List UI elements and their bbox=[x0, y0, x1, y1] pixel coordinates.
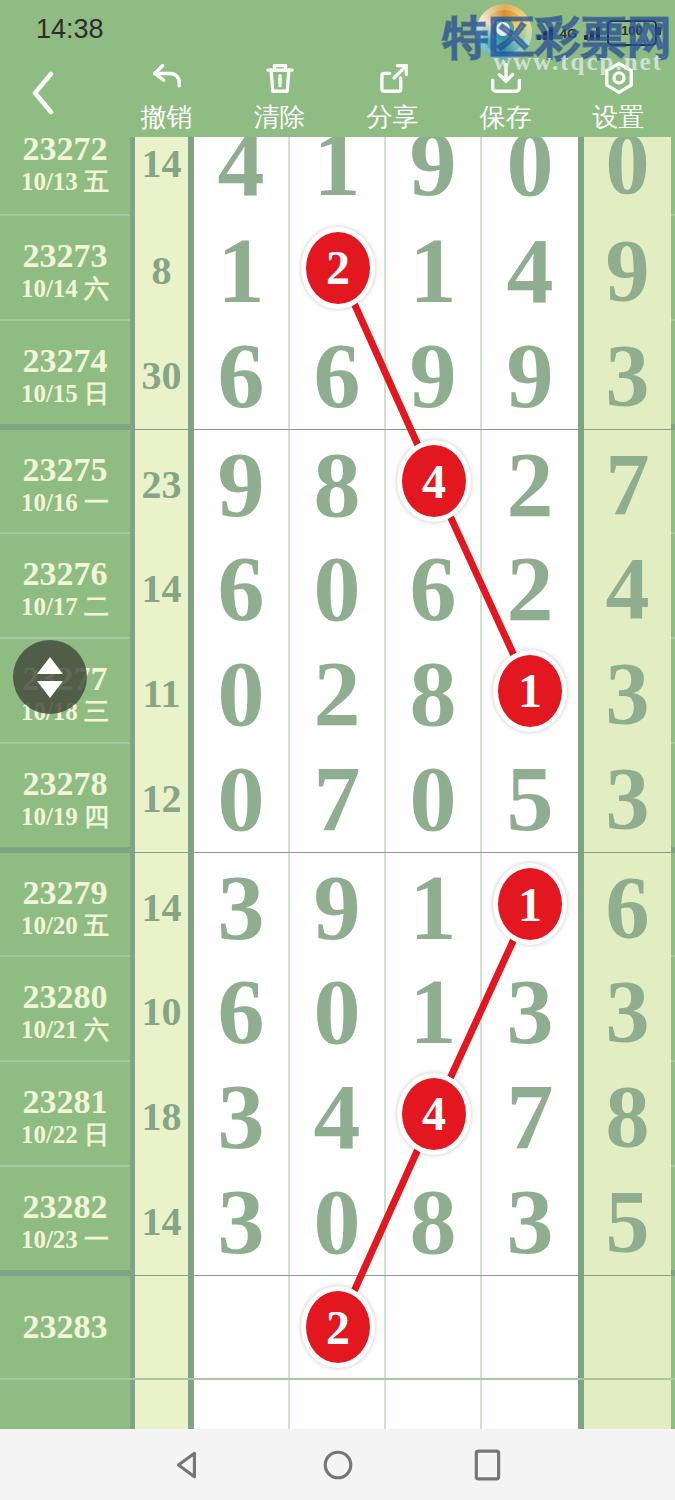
nav-home-button[interactable] bbox=[321, 1448, 355, 1482]
draw-date: 10/14 六 bbox=[21, 276, 109, 302]
nav-recents-button[interactable] bbox=[471, 1448, 505, 1482]
digit-cell[interactable]: 3 bbox=[194, 1167, 290, 1275]
nav-home-circle-icon bbox=[321, 1448, 355, 1482]
clear-label: 清除 bbox=[254, 100, 306, 135]
clear-button[interactable]: 清除 bbox=[223, 55, 336, 137]
prediction-circle[interactable]: 4 bbox=[397, 440, 471, 522]
digit-cell[interactable] bbox=[290, 1380, 386, 1429]
digit-cell[interactable]: 6 bbox=[194, 534, 290, 642]
table-row: 2327910/20 五143916 bbox=[0, 847, 675, 955]
digit-cell[interactable]: 2 bbox=[482, 534, 578, 642]
digit-cell[interactable]: 6 bbox=[386, 534, 482, 642]
digit-cell[interactable]: 9 bbox=[482, 321, 578, 429]
draw-date: 10/13 五 bbox=[21, 169, 109, 195]
issue-number: 23280 bbox=[23, 979, 108, 1015]
issue-number: 23273 bbox=[23, 238, 108, 274]
table-row: 2327610/17 二1460624 bbox=[0, 532, 675, 637]
sum-cell: 14 bbox=[135, 853, 188, 961]
digit-cell-last[interactable] bbox=[584, 1380, 671, 1429]
watermark-site-url: www.tqcp.net bbox=[493, 48, 663, 76]
table-row: 2328110/22 日183478 bbox=[0, 1060, 675, 1165]
digit-cell[interactable]: 8 bbox=[386, 639, 482, 747]
digit-cell[interactable]: 4 bbox=[194, 137, 290, 217]
digit-cell[interactable]: 0 bbox=[386, 744, 482, 852]
save-label: 保存 bbox=[480, 100, 532, 135]
table-row: 2327210/13 五1441900 bbox=[0, 137, 675, 214]
draw-date: 10/23 一 bbox=[21, 1227, 109, 1253]
issue-number: 23281 bbox=[23, 1084, 108, 1120]
share-icon bbox=[373, 59, 413, 99]
prediction-circle[interactable]: 1 bbox=[493, 863, 567, 945]
sum-cell: 8 bbox=[135, 216, 188, 324]
draw-date: 10/20 五 bbox=[21, 913, 109, 939]
digit-cell[interactable]: 7 bbox=[482, 1062, 578, 1170]
digit-cell-last[interactable]: 3 bbox=[584, 321, 671, 429]
android-nav-bar bbox=[0, 1429, 675, 1500]
sum-cell: 12 bbox=[135, 744, 188, 852]
table-row: 2327410/15 日3066993 bbox=[0, 319, 675, 424]
digit-cell-last[interactable]: 9 bbox=[584, 216, 671, 324]
issue-date-cell: 2327510/16 一 bbox=[0, 430, 130, 538]
issue-date-cell: 2327310/14 六 bbox=[0, 216, 130, 324]
table-row: 2327510/16 一239827 bbox=[0, 424, 675, 532]
trash-icon bbox=[260, 59, 300, 99]
issue-number: 23282 bbox=[23, 1189, 108, 1225]
back-button[interactable] bbox=[28, 69, 58, 117]
digit-cell-last[interactable]: 6 bbox=[584, 853, 671, 961]
scroll-handle[interactable] bbox=[13, 640, 87, 714]
issue-date-cell: 2328210/23 一 bbox=[0, 1167, 130, 1275]
nav-back-triangle-icon bbox=[170, 1448, 204, 1482]
status-bar: 14:38 4G 4G 100 特区彩票网 www.tqcp.net bbox=[0, 0, 675, 55]
digit-cell[interactable]: 3 bbox=[482, 1167, 578, 1275]
trend-chart-table: 2327210/13 五14419002327310/14 六811492327… bbox=[0, 137, 675, 1429]
digit-cell-last[interactable]: 0 bbox=[584, 137, 671, 217]
undo-label: 撤销 bbox=[141, 100, 193, 135]
digit-cell[interactable] bbox=[386, 1380, 482, 1429]
trend-table-body: 2327210/13 五14419002327310/14 六811492327… bbox=[0, 137, 675, 1429]
sum-cell: 14 bbox=[135, 137, 188, 217]
settings-label: 设置 bbox=[593, 100, 645, 135]
digit-cell[interactable]: 4 bbox=[482, 216, 578, 324]
digit-cell[interactable] bbox=[386, 1276, 482, 1378]
digit-cell[interactable]: 0 bbox=[194, 639, 290, 747]
digit-cell[interactable]: 3 bbox=[482, 957, 578, 1065]
issue-date-cell bbox=[0, 1380, 130, 1429]
digit-cell-last[interactable]: 4 bbox=[584, 534, 671, 642]
digit-cell[interactable]: 3 bbox=[194, 1062, 290, 1170]
prediction-circle[interactable]: 2 bbox=[301, 227, 375, 309]
digit-cell[interactable] bbox=[194, 1276, 290, 1378]
digit-cell[interactable] bbox=[482, 1276, 578, 1378]
undo-button[interactable]: 撤销 bbox=[110, 55, 223, 137]
undo-icon bbox=[147, 59, 187, 99]
sum-cell: 11 bbox=[135, 639, 188, 747]
digit-cell[interactable]: 0 bbox=[290, 957, 386, 1065]
digit-cell[interactable]: 9 bbox=[386, 137, 482, 217]
digit-cell[interactable]: 9 bbox=[290, 853, 386, 961]
digit-cell[interactable]: 8 bbox=[290, 430, 386, 538]
sum-cell: 30 bbox=[135, 321, 188, 429]
prediction-circle[interactable]: 2 bbox=[301, 1286, 375, 1368]
digit-cell-last[interactable]: 3 bbox=[584, 744, 671, 852]
draw-date: 10/17 二 bbox=[21, 594, 109, 620]
digit-cell[interactable]: 6 bbox=[290, 321, 386, 429]
digit-cell[interactable]: 7 bbox=[290, 744, 386, 852]
digit-cell[interactable]: 1 bbox=[386, 853, 482, 961]
digit-cell[interactable] bbox=[482, 1380, 578, 1429]
digit-cell[interactable]: 1 bbox=[290, 137, 386, 217]
digit-cell[interactable]: 2 bbox=[482, 430, 578, 538]
digit-cell[interactable]: 6 bbox=[194, 957, 290, 1065]
nav-recents-square-icon bbox=[471, 1448, 505, 1482]
digit-cell[interactable]: 5 bbox=[482, 744, 578, 852]
issue-number: 23274 bbox=[23, 343, 108, 379]
issue-number: 23283 bbox=[23, 1309, 108, 1345]
digit-cell[interactable]: 9 bbox=[194, 430, 290, 538]
sum-cell: 23 bbox=[135, 430, 188, 538]
prediction-circle[interactable]: 1 bbox=[493, 650, 567, 732]
digit-cell[interactable]: 1 bbox=[194, 216, 290, 324]
digit-cell-last[interactable] bbox=[584, 1276, 671, 1378]
table-row bbox=[0, 1378, 675, 1429]
draw-date: 10/16 一 bbox=[21, 490, 109, 516]
prediction-circle[interactable]: 4 bbox=[397, 1073, 471, 1155]
table-row: 2328010/21 六1060133 bbox=[0, 955, 675, 1060]
digit-cell-last[interactable]: 5 bbox=[584, 1167, 671, 1275]
issue-date-cell: 2327410/15 日 bbox=[0, 321, 130, 429]
digit-cell[interactable]: 0 bbox=[290, 1167, 386, 1275]
back-chevron-icon bbox=[28, 69, 58, 117]
table-row: 2327710/18 三110283 bbox=[0, 637, 675, 742]
sum-cell bbox=[135, 1380, 188, 1429]
digit-cell-last[interactable]: 3 bbox=[584, 639, 671, 747]
draw-date: 10/19 四 bbox=[21, 804, 109, 830]
issue-date-cell: 23283 bbox=[0, 1276, 130, 1378]
digit-cell[interactable]: 3 bbox=[194, 853, 290, 961]
digit-cell-last[interactable]: 8 bbox=[584, 1062, 671, 1170]
issue-date-cell: 2327610/17 二 bbox=[0, 534, 130, 642]
issue-date-cell: 2328110/22 日 bbox=[0, 1062, 130, 1170]
issue-number: 23272 bbox=[23, 137, 108, 166]
scroll-up-arrow-icon bbox=[37, 657, 63, 674]
digit-cell[interactable]: 9 bbox=[386, 321, 482, 429]
digit-cell[interactable]: 0 bbox=[290, 534, 386, 642]
issue-date-cell: 2327810/19 四 bbox=[0, 744, 130, 852]
issue-date-cell: 2327210/13 五 bbox=[0, 137, 130, 217]
issue-number: 23279 bbox=[23, 875, 108, 911]
draw-date: 10/21 六 bbox=[21, 1017, 109, 1043]
draw-date: 10/15 日 bbox=[21, 381, 109, 407]
table-row: 2328210/23 一1430835 bbox=[0, 1165, 675, 1270]
table-row: 2327810/19 四1207053 bbox=[0, 742, 675, 847]
sum-cell bbox=[135, 1276, 188, 1378]
issue-number: 23276 bbox=[23, 556, 108, 592]
sum-cell: 18 bbox=[135, 1062, 188, 1170]
digit-cell-last[interactable]: 3 bbox=[584, 957, 671, 1065]
issue-number: 23278 bbox=[23, 766, 108, 802]
issue-number: 23275 bbox=[23, 452, 108, 488]
digit-cell[interactable]: 8 bbox=[386, 1167, 482, 1275]
clock-text: 14:38 bbox=[36, 14, 104, 45]
sum-cell: 14 bbox=[135, 1167, 188, 1275]
share-button[interactable]: 分享 bbox=[336, 55, 449, 137]
digit-cell[interactable]: 0 bbox=[194, 744, 290, 852]
sum-cell: 10 bbox=[135, 957, 188, 1065]
share-label: 分享 bbox=[367, 100, 419, 135]
digit-cell[interactable]: 1 bbox=[386, 216, 482, 324]
issue-date-cell: 2327910/20 五 bbox=[0, 853, 130, 961]
digit-cell-last[interactable]: 7 bbox=[584, 430, 671, 538]
digit-cell[interactable]: 4 bbox=[290, 1062, 386, 1170]
digit-cell[interactable]: 0 bbox=[482, 137, 578, 217]
issue-date-cell: 2328010/21 六 bbox=[0, 957, 130, 1065]
digit-cell[interactable]: 2 bbox=[290, 639, 386, 747]
sum-cell: 14 bbox=[135, 534, 188, 642]
digit-cell[interactable] bbox=[194, 1380, 290, 1429]
digit-cell[interactable]: 1 bbox=[386, 957, 482, 1065]
digit-cell[interactable]: 6 bbox=[194, 321, 290, 429]
draw-date: 10/22 日 bbox=[21, 1122, 109, 1148]
scroll-down-arrow-icon bbox=[37, 681, 63, 698]
nav-back-button[interactable] bbox=[170, 1448, 204, 1482]
phone-screen: 14:38 4G 4G 100 特区彩票网 www.tqcp.net bbox=[0, 0, 675, 1500]
